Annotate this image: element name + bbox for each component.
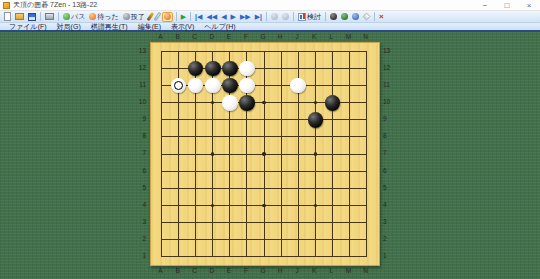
coord-label: 3 [382,213,398,230]
cell-B7[interactable] [170,145,187,162]
cell-L9[interactable] [324,111,341,128]
gray-ball-icon [282,13,289,20]
pressed-toggle-icon [164,13,171,20]
gray-ball-icon [271,13,278,20]
coord-letters-top: ABCDEFGHJKLMN [152,33,374,40]
cell-C8[interactable] [187,128,204,145]
back-button[interactable]: ◀ [220,12,227,22]
gray-stone-icon [123,13,130,20]
maximize-button[interactable]: □ [496,0,518,11]
cell-N8[interactable] [358,128,375,145]
cell-F1[interactable] [238,248,255,265]
coord-label: A [152,33,169,40]
cell-N12[interactable] [358,60,375,77]
cell-F9[interactable] [238,111,255,128]
cell-D5[interactable] [204,180,221,197]
cell-B10[interactable] [170,94,187,111]
menu-file[interactable]: ファイル(F) [4,22,52,32]
menu-help[interactable]: ヘルプ(H) [199,22,240,32]
coord-label: D [203,267,220,274]
white-stone [222,95,237,110]
menu-edit[interactable]: 編集(E) [133,22,166,32]
toolbar-separator [374,12,375,21]
cell-G5[interactable] [255,180,272,197]
cell-F2[interactable] [238,231,255,248]
coord-label: 6 [382,162,398,179]
cell-E12[interactable] [221,60,238,77]
menu-bar: ファイル(F)対局(G)棋譜再生(T)編集(E)表示(V)ヘルプ(H) [0,23,540,32]
cell-M1[interactable] [341,248,358,265]
coord-label: N [357,33,374,40]
cell-H7[interactable] [273,145,290,162]
chart-icon [298,13,306,21]
review-button[interactable]: 検討 [297,12,322,22]
coord-label: 8 [132,127,148,144]
star-point [262,204,265,207]
coord-label: B [169,33,186,40]
review-button-label: 検討 [307,12,321,22]
cell-D4[interactable] [204,197,221,214]
coord-label: 7 [382,144,398,161]
white-stone [239,61,254,76]
star-point [262,101,265,104]
cell-A10[interactable] [153,94,170,111]
coord-label: M [340,267,357,274]
cell-E11[interactable] [221,77,238,94]
star-point [262,152,265,155]
cell-N11[interactable] [358,77,375,94]
cell-G10[interactable] [255,94,272,111]
cell-H10[interactable] [273,94,290,111]
cell-J2[interactable] [290,231,307,248]
coord-label: L [323,267,340,274]
toolbar-separator [293,12,294,21]
close-mode-button-icon: × [379,12,384,22]
cell-G8[interactable] [255,128,272,145]
cell-E2[interactable] [221,231,238,248]
cell-D10[interactable] [204,94,221,111]
cell-G7[interactable] [255,145,272,162]
coord-numbers-left: 13121110987654321 [132,42,148,264]
cell-J6[interactable] [290,163,307,180]
cell-A5[interactable] [153,180,170,197]
close-mode-button[interactable]: × [378,12,385,22]
cell-L2[interactable] [324,231,341,248]
cell-A12[interactable] [153,60,170,77]
cell-A13[interactable] [153,43,170,60]
cell-G13[interactable] [255,43,272,60]
white-stone [290,78,305,93]
coord-label: 6 [132,162,148,179]
cell-C11[interactable] [187,77,204,94]
cell-L4[interactable] [324,197,341,214]
last-move-marker [174,81,183,90]
cell-K6[interactable] [307,163,324,180]
cell-D9[interactable] [204,111,221,128]
coord-label: 9 [382,110,398,127]
cell-J13[interactable] [290,43,307,60]
coord-label: L [323,33,340,40]
cell-J9[interactable] [290,111,307,128]
cell-M4[interactable] [341,197,358,214]
print-button[interactable] [44,12,55,22]
forward-10-button-icon: ▶▶ [240,12,251,22]
cell-N7[interactable] [358,145,375,162]
cell-C3[interactable] [187,214,204,231]
cell-F5[interactable] [238,180,255,197]
cell-M5[interactable] [341,180,358,197]
cell-M7[interactable] [341,145,358,162]
cell-D11[interactable] [204,77,221,94]
cell-E4[interactable] [221,197,238,214]
goban[interactable] [150,42,380,266]
cell-G2[interactable] [255,231,272,248]
forward-button[interactable]: ▶ [230,12,237,22]
cell-L7[interactable] [324,145,341,162]
toolbar-separator [176,12,177,21]
cell-M2[interactable] [341,231,358,248]
cell-J4[interactable] [290,197,307,214]
coord-label: 12 [382,59,398,76]
coord-label: E [220,33,237,40]
cell-A3[interactable] [153,214,170,231]
coord-label: D [203,33,220,40]
cell-K11[interactable] [307,77,324,94]
coord-label: 11 [132,76,148,93]
green-ball-icon [341,13,348,20]
coord-label: E [220,267,237,274]
cell-B13[interactable] [170,43,187,60]
cell-D2[interactable] [204,231,221,248]
coord-label: J [289,33,306,40]
cell-H2[interactable] [273,231,290,248]
toolbar-separator [266,12,267,21]
coord-label: 4 [132,196,148,213]
cell-J8[interactable] [290,128,307,145]
coord-label: 7 [132,144,148,161]
coord-label: 13 [132,42,148,59]
cell-L8[interactable] [324,128,341,145]
cell-E13[interactable] [221,43,238,60]
cell-G9[interactable] [255,111,272,128]
cell-C4[interactable] [187,197,204,214]
cell-D8[interactable] [204,128,221,145]
green-ball-button[interactable] [340,12,349,22]
back-10-button-icon: ◀◀ [206,12,217,22]
cell-K1[interactable] [307,248,324,265]
cell-E10[interactable] [221,94,238,111]
toolbar-button-disabled-2[interactable] [281,12,290,22]
cell-F10[interactable] [238,94,255,111]
cell-N10[interactable] [358,94,375,111]
back-button-icon: ◀ [221,12,226,22]
resign-button[interactable]: 投了 [122,12,146,22]
cell-A7[interactable] [153,145,170,162]
cell-J7[interactable] [290,145,307,162]
cell-C7[interactable] [187,145,204,162]
cell-H5[interactable] [273,180,290,197]
white-stone [205,78,220,93]
cell-B12[interactable] [170,60,187,77]
cell-H8[interactable] [273,128,290,145]
cell-B4[interactable] [170,197,187,214]
coord-label: G [254,267,271,274]
cell-K7[interactable] [307,145,324,162]
white-stone [188,78,203,93]
undo-button[interactable]: 待った [88,12,119,22]
black-stone [205,61,220,76]
pass-button[interactable]: パス [62,12,86,22]
mode-toggle-button[interactable] [162,12,173,22]
cell-J3[interactable] [290,214,307,231]
cell-B9[interactable] [170,111,187,128]
black-stone [188,61,203,76]
cell-K10[interactable] [307,94,324,111]
cell-K2[interactable] [307,231,324,248]
menu-game[interactable]: 対局(G) [52,22,86,32]
toolbar-separator [58,12,59,21]
cell-E7[interactable] [221,145,238,162]
cell-J12[interactable] [290,60,307,77]
green-stone-icon [63,13,70,20]
cell-B3[interactable] [170,214,187,231]
play-button-icon: ▶ [181,12,186,22]
play-button[interactable]: ▶ [180,12,187,22]
cell-C9[interactable] [187,111,204,128]
coord-numbers-right: 13121110987654321 [382,42,398,264]
coord-label: K [306,267,323,274]
cell-M8[interactable] [341,128,358,145]
print-icon [45,13,54,20]
cell-N1[interactable] [358,248,375,265]
coord-label: 5 [382,179,398,196]
cell-A9[interactable] [153,111,170,128]
star-point [314,152,317,155]
coord-label: 4 [382,196,398,213]
cell-A6[interactable] [153,163,170,180]
cell-H13[interactable] [273,43,290,60]
edit-white-button[interactable] [155,12,160,22]
forward-10-button[interactable]: ▶▶ [239,12,252,22]
menu-view[interactable]: 表示(V) [166,22,199,32]
cell-D1[interactable] [204,248,221,265]
cell-D12[interactable] [204,60,221,77]
cell-G6[interactable] [255,163,272,180]
cell-E1[interactable] [221,248,238,265]
pencil-light-icon [153,12,161,21]
cell-H6[interactable] [273,163,290,180]
cell-H11[interactable] [273,77,290,94]
cell-M6[interactable] [341,163,358,180]
last-move-button[interactable]: ▶| [254,12,263,22]
star-point [211,152,214,155]
close-button[interactable]: × [518,0,540,11]
cell-N3[interactable] [358,214,375,231]
cell-B6[interactable] [170,163,187,180]
cell-A2[interactable] [153,231,170,248]
cell-B2[interactable] [170,231,187,248]
cell-C10[interactable] [187,94,204,111]
board-grid [153,43,375,265]
back-10-button[interactable]: ◀◀ [205,12,218,22]
coord-label: 2 [132,230,148,247]
cell-N6[interactable] [358,163,375,180]
cell-E8[interactable] [221,128,238,145]
cell-H3[interactable] [273,214,290,231]
coord-label: F [237,33,254,40]
cell-B8[interactable] [170,128,187,145]
cell-N2[interactable] [358,231,375,248]
cell-L13[interactable] [324,43,341,60]
black-ball-button[interactable] [329,12,338,22]
cell-K3[interactable] [307,214,324,231]
cell-B1[interactable] [170,248,187,265]
cell-A4[interactable] [153,197,170,214]
coord-label: 1 [382,247,398,264]
edit-black-button[interactable] [148,12,153,22]
cell-L1[interactable] [324,248,341,265]
cell-D3[interactable] [204,214,221,231]
cell-J5[interactable] [290,180,307,197]
cell-B5[interactable] [170,180,187,197]
cell-F3[interactable] [238,214,255,231]
cell-M9[interactable] [341,111,358,128]
cell-E9[interactable] [221,111,238,128]
star-point [211,204,214,207]
cell-E6[interactable] [221,163,238,180]
cell-K5[interactable] [307,180,324,197]
cell-K4[interactable] [307,197,324,214]
resign-button-label: 投了 [131,12,145,22]
cell-L12[interactable] [324,60,341,77]
cell-G4[interactable] [255,197,272,214]
first-move-button[interactable]: |◀ [194,12,203,22]
cell-H4[interactable] [273,197,290,214]
cell-L6[interactable] [324,163,341,180]
cell-G3[interactable] [255,214,272,231]
cell-M12[interactable] [341,60,358,77]
cell-N4[interactable] [358,197,375,214]
cell-E5[interactable] [221,180,238,197]
coord-label: M [340,33,357,40]
cell-J10[interactable] [290,94,307,111]
cell-L11[interactable] [324,77,341,94]
pass-button-label: パス [71,12,85,22]
blue-ball-button[interactable] [351,12,360,22]
menu-replay[interactable]: 棋譜再生(T) [86,22,133,32]
cell-H12[interactable] [273,60,290,77]
clear-button[interactable] [362,12,371,22]
cell-A1[interactable] [153,248,170,265]
cell-K13[interactable] [307,43,324,60]
save-button[interactable] [27,12,37,22]
coord-label: 9 [132,110,148,127]
cell-F11[interactable] [238,77,255,94]
cell-B11[interactable] [170,77,187,94]
cell-F12[interactable] [238,60,255,77]
cell-C5[interactable] [187,180,204,197]
cell-F8[interactable] [238,128,255,145]
new-document-button[interactable] [3,12,12,22]
cell-E3[interactable] [221,214,238,231]
cell-M3[interactable] [341,214,358,231]
cell-G11[interactable] [255,77,272,94]
cell-K12[interactable] [307,60,324,77]
open-file-button[interactable] [14,12,25,22]
cell-L5[interactable] [324,180,341,197]
cell-L10[interactable] [324,94,341,111]
forward-button-icon: ▶ [231,12,236,22]
orange-stone-icon [89,13,96,20]
cell-H1[interactable] [273,248,290,265]
cell-D6[interactable] [204,163,221,180]
cell-F6[interactable] [238,163,255,180]
cell-C13[interactable] [187,43,204,60]
app-icon [3,2,10,9]
cell-K9[interactable] [307,111,324,128]
black-stone [308,112,323,127]
cell-D7[interactable] [204,145,221,162]
cell-C1[interactable] [187,248,204,265]
cell-C2[interactable] [187,231,204,248]
coord-label: 12 [132,59,148,76]
cell-N9[interactable] [358,111,375,128]
coord-label: N [357,267,374,274]
toolbar-button-disabled-1[interactable] [270,12,279,22]
cell-A11[interactable] [153,77,170,94]
play-area: ABCDEFGHJKLMN ABCDEFGHJKLMN 131211109876… [0,32,540,279]
coord-label: B [169,267,186,274]
cell-D13[interactable] [204,43,221,60]
diamond-icon [363,13,371,21]
coord-label: 2 [382,230,398,247]
save-icon [28,13,36,21]
title-bar: 天頂の囲碁 7Zen - 13路-22 [0,0,540,11]
cell-G1[interactable] [255,248,272,265]
cell-F7[interactable] [238,145,255,162]
minimize-button[interactable]: − [474,0,496,11]
cell-L3[interactable] [324,214,341,231]
coord-label: 11 [382,76,398,93]
cell-M11[interactable] [341,77,358,94]
coord-label: F [237,267,254,274]
cell-C12[interactable] [187,60,204,77]
cell-N5[interactable] [358,180,375,197]
coord-label: 1 [132,247,148,264]
open-folder-icon [15,13,24,20]
cell-H9[interactable] [273,111,290,128]
blue-ball-icon [352,13,359,20]
cell-M13[interactable] [341,43,358,60]
first-move-button-icon: |◀ [195,12,202,22]
cell-N13[interactable] [358,43,375,60]
cell-F13[interactable] [238,43,255,60]
coord-label: A [152,267,169,274]
cell-F4[interactable] [238,197,255,214]
cell-C6[interactable] [187,163,204,180]
cell-A8[interactable] [153,128,170,145]
coord-label: 5 [132,179,148,196]
window-title: 天頂の囲碁 7Zen - 13路-22 [13,0,97,10]
pencil-dark-icon [146,12,154,21]
cell-J11[interactable] [290,77,307,94]
black-stone [239,95,254,110]
cell-M10[interactable] [341,94,358,111]
coord-label: C [186,33,203,40]
cell-K8[interactable] [307,128,324,145]
cell-J1[interactable] [290,248,307,265]
cell-G12[interactable] [255,60,272,77]
